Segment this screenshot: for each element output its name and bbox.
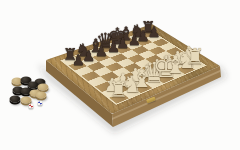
chess-piece-dark-p[interactable]: ♟ bbox=[95, 45, 108, 60]
product-photo: ♜♞♝♛♚♝♞♜♟♟♟♟♟♟♟♟♟♟♟♟♟♟♟♟♜♞♝♛♚♝♞♜ bbox=[0, 0, 240, 150]
checker-piece-tan[interactable] bbox=[21, 97, 32, 104]
checker-piece-tan[interactable] bbox=[38, 84, 49, 91]
die[interactable] bbox=[38, 101, 43, 106]
chess-piece-dark-p[interactable]: ♟ bbox=[82, 49, 95, 64]
checker-piece-black[interactable] bbox=[10, 96, 21, 103]
chess-piece-dark-p[interactable]: ♟ bbox=[147, 26, 160, 41]
checker-piece-tan[interactable] bbox=[36, 92, 47, 99]
die[interactable] bbox=[29, 104, 34, 109]
chess-piece-light-r[interactable]: ♜ bbox=[185, 46, 205, 68]
